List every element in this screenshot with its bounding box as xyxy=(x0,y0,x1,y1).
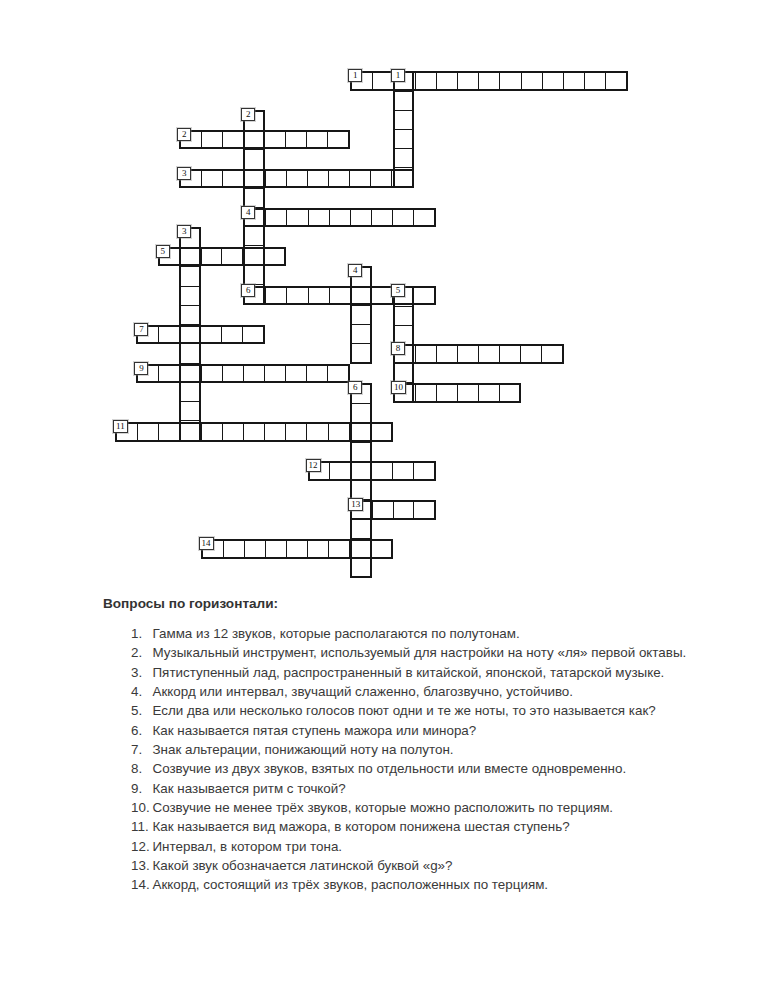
across-8-cell-8 xyxy=(541,346,562,362)
down-3-cell-10 xyxy=(181,401,198,420)
across-word-3: 3 xyxy=(179,169,414,189)
questions-list: 1.Гамма из 12 звуков, которые располагаю… xyxy=(131,624,691,895)
across-4-cell-5 xyxy=(329,210,350,226)
across-11-cell-11 xyxy=(328,424,349,440)
across-4-cell-2 xyxy=(265,210,286,226)
across-2-cell-7 xyxy=(306,132,327,148)
clue-number-across-2: 2 xyxy=(177,128,191,141)
clue-number-across-14: 14 xyxy=(199,537,214,550)
across-4-cell-3 xyxy=(286,210,307,226)
across-10-cell-4 xyxy=(457,385,478,401)
across-6-cell-4 xyxy=(308,288,329,304)
clue-number-across-12: 12 xyxy=(306,459,321,472)
question-text: Созвучие не менее трёх звуков, которые м… xyxy=(153,798,692,817)
across-9-cell-6 xyxy=(243,366,264,382)
across-12-cell-5 xyxy=(392,463,413,479)
clue-number-across-7: 7 xyxy=(134,323,148,336)
across-7-cell-5 xyxy=(221,327,242,343)
down-word-4: 4 xyxy=(350,266,371,364)
across-9-cell-8 xyxy=(285,366,306,382)
across-1-cell-6 xyxy=(457,73,478,89)
question-item-6: 6.Как называется пятая ступень мажора ил… xyxy=(131,721,691,740)
question-number: 2. xyxy=(131,643,153,662)
down-6-cell-8 xyxy=(352,518,369,537)
across-4-cell-9 xyxy=(413,210,434,226)
down-word-1: 1 xyxy=(393,71,414,188)
across-8-cell-6 xyxy=(499,346,520,362)
question-number: 9. xyxy=(131,779,153,798)
question-number: 3. xyxy=(131,663,153,682)
across-2-cell-6 xyxy=(285,132,306,148)
question-item-11: 11.Как называется вид мажора, в котором … xyxy=(131,817,691,836)
down-3-cell-3 xyxy=(181,266,198,285)
across-11-cell-5 xyxy=(201,424,222,440)
across-1-cell-8 xyxy=(499,73,520,89)
question-text: Как называется ритм с точкой? xyxy=(153,779,692,798)
across-14-cell-5 xyxy=(286,541,307,557)
across-10-cell-5 xyxy=(478,385,499,401)
across-7-cell-2 xyxy=(158,327,179,343)
question-item-8: 8.Созвучие из двух звуков, взятых по отд… xyxy=(131,759,691,778)
across-3-cell-9 xyxy=(349,171,370,187)
down-5-cell-3 xyxy=(395,325,412,344)
across-13-cell-4 xyxy=(413,502,434,518)
question-text: Созвучие из двух звуков, взятых по отдел… xyxy=(153,759,692,778)
across-13-cell-3 xyxy=(393,502,414,518)
clue-number-across-1: 1 xyxy=(348,69,362,82)
across-10-cell-3 xyxy=(436,385,457,401)
across-9-cell-2 xyxy=(158,366,179,382)
across-11-cell-10 xyxy=(306,424,327,440)
across-3-cell-3 xyxy=(222,171,243,187)
question-text: Пятиступенный лад, распространенный в ки… xyxy=(153,663,692,682)
across-1-cell-9 xyxy=(521,73,542,89)
across-1-cell-10 xyxy=(542,73,563,89)
question-number: 6. xyxy=(131,721,153,740)
across-3-cell-8 xyxy=(328,171,349,187)
across-11-cell-2 xyxy=(137,424,158,440)
across-5-cell-4 xyxy=(221,249,242,265)
down-6-cell-9 xyxy=(352,538,369,557)
across-word-4: 4 xyxy=(243,208,436,228)
question-text: Знак альтерации, понижающий ноту на полу… xyxy=(153,740,692,759)
down-1-cell-3 xyxy=(395,110,412,129)
across-word-2: 2 xyxy=(179,130,350,150)
across-7-cell-6 xyxy=(242,327,263,343)
across-word-5: 5 xyxy=(158,247,286,267)
across-13-cell-2 xyxy=(372,502,393,518)
across-2-cell-8 xyxy=(327,132,348,148)
question-text: Гамма из 12 звуков, которые располагаютс… xyxy=(153,624,692,643)
across-11-cell-13 xyxy=(370,424,391,440)
question-number: 1. xyxy=(131,624,153,643)
down-6-cell-2 xyxy=(352,403,369,422)
across-11-cell-3 xyxy=(158,424,179,440)
across-4-cell-6 xyxy=(350,210,371,226)
question-item-1: 1.Гамма из 12 звуков, которые располагаю… xyxy=(131,624,691,643)
across-12-cell-6 xyxy=(413,463,434,479)
question-item-4: 4.Аккорд или интервал, звучащий слаженно… xyxy=(131,682,691,701)
question-text: Интервал, в котором три тона. xyxy=(153,837,692,856)
across-6-cell-9 xyxy=(413,288,434,304)
across-9-cell-5 xyxy=(222,366,243,382)
across-3-cell-7 xyxy=(307,171,328,187)
question-number: 7. xyxy=(131,740,153,759)
clue-number-across-6: 6 xyxy=(241,284,255,297)
across-11-cell-9 xyxy=(285,424,306,440)
across-4-cell-7 xyxy=(371,210,392,226)
down-4-cell-4 xyxy=(352,324,369,343)
across-9-cell-10 xyxy=(327,366,348,382)
across-1-cell-5 xyxy=(436,73,457,89)
question-number: 4. xyxy=(131,682,153,701)
question-number: 5. xyxy=(131,701,153,720)
question-text: Как называется вид мажора, в котором пон… xyxy=(153,817,692,836)
across-14-cell-4 xyxy=(265,541,286,557)
down-3-cell-4 xyxy=(181,286,198,305)
across-3-cell-10 xyxy=(370,171,391,187)
down-3-cell-11 xyxy=(181,420,198,439)
down-3-cell-6 xyxy=(181,324,198,343)
down-1-cell-5 xyxy=(395,148,412,167)
down-word-6: 6 xyxy=(350,383,371,578)
question-number: 13. xyxy=(131,856,153,875)
down-2-cell-2 xyxy=(245,130,262,149)
across-1-cell-4 xyxy=(415,73,436,89)
across-12-cell-2 xyxy=(329,463,350,479)
clue-number-across-4: 4 xyxy=(241,206,255,219)
down-1-cell-4 xyxy=(395,129,412,148)
clue-number-down-3: 3 xyxy=(177,225,191,238)
worksheet-page: 1234567891011121314123456 Вопросы по гор… xyxy=(0,0,768,994)
down-3-cell-7 xyxy=(181,343,198,362)
across-14-cell-3 xyxy=(244,541,265,557)
question-item-14: 14.Аккорд, состоящий из трёх звуков, рас… xyxy=(131,875,691,894)
clue-number-down-4: 4 xyxy=(348,264,362,277)
down-3-cell-9 xyxy=(181,382,198,401)
across-6-cell-2 xyxy=(265,288,286,304)
down-3-cell-2 xyxy=(181,247,198,266)
across-word-9: 9 xyxy=(136,364,350,384)
across-14-cell-2 xyxy=(223,541,244,557)
across-9-cell-7 xyxy=(264,366,285,382)
across-6-cell-3 xyxy=(286,288,307,304)
across-1-cell-7 xyxy=(478,73,499,89)
across-3-cell-2 xyxy=(201,171,222,187)
across-8-cell-7 xyxy=(520,346,541,362)
question-text: Музыкальный инструмент, используемый для… xyxy=(153,643,692,662)
questions-heading: Вопросы по горизонтали: xyxy=(103,596,278,611)
question-item-12: 12.Интервал, в котором три тона. xyxy=(131,837,691,856)
across-11-cell-8 xyxy=(264,424,285,440)
clue-number-across-8: 8 xyxy=(391,342,405,355)
across-5-cell-3 xyxy=(201,249,222,265)
across-12-cell-4 xyxy=(371,463,392,479)
clue-number-across-13: 13 xyxy=(348,498,363,511)
question-item-3: 3.Пятиступенный лад, распространенный в … xyxy=(131,663,691,682)
down-2-cell-9 xyxy=(245,265,262,284)
clue-number-across-11: 11 xyxy=(113,420,128,433)
across-1-cell-13 xyxy=(605,73,626,89)
question-number: 14. xyxy=(131,875,153,894)
clue-number-across-9: 9 xyxy=(134,362,148,375)
down-3-cell-8 xyxy=(181,363,198,382)
down-2-cell-4 xyxy=(245,169,262,188)
across-8-cell-3 xyxy=(436,346,457,362)
across-4-cell-4 xyxy=(308,210,329,226)
across-10-cell-2 xyxy=(415,385,436,401)
down-1-cell-2 xyxy=(395,91,412,110)
question-item-7: 7.Знак альтерации, понижающий ноту на по… xyxy=(131,740,691,759)
down-1-cell-6 xyxy=(395,167,412,186)
across-10-cell-6 xyxy=(499,385,520,401)
across-8-cell-2 xyxy=(415,346,436,362)
across-1-cell-11 xyxy=(563,73,584,89)
down-4-cell-3 xyxy=(352,305,369,324)
question-number: 8. xyxy=(131,759,153,778)
question-number: 11. xyxy=(131,817,153,836)
across-2-cell-2 xyxy=(201,132,222,148)
across-1-cell-12 xyxy=(584,73,605,89)
across-2-cell-3 xyxy=(222,132,243,148)
down-2-cell-3 xyxy=(245,149,262,168)
across-11-cell-7 xyxy=(243,424,264,440)
question-text: Какой звук обозначается латинской буквой… xyxy=(153,856,692,875)
down-5-cell-5 xyxy=(395,363,412,382)
down-4-cell-2 xyxy=(352,286,369,305)
question-item-2: 2.Музыкальный инструмент, используемый д… xyxy=(131,643,691,662)
across-word-8: 8 xyxy=(393,344,564,364)
across-5-cell-6 xyxy=(263,249,284,265)
across-9-cell-9 xyxy=(306,366,327,382)
across-6-cell-7 xyxy=(371,288,392,304)
across-4-cell-8 xyxy=(392,210,413,226)
across-word-7: 7 xyxy=(136,325,264,345)
question-text: Аккорд или интервал, звучащий слаженно, … xyxy=(153,682,692,701)
clue-number-down-1: 1 xyxy=(391,69,405,82)
down-2-cell-7 xyxy=(245,226,262,245)
crossword-board: 1234567891011121314123456 xyxy=(115,71,628,578)
across-3-cell-6 xyxy=(286,171,307,187)
clue-number-down-5: 5 xyxy=(391,284,405,297)
down-6-cell-10 xyxy=(352,557,369,576)
clue-number-across-3: 3 xyxy=(177,167,191,180)
across-3-cell-5 xyxy=(265,171,286,187)
question-text: Если два или несколько голосов поют одни… xyxy=(153,701,692,720)
across-11-cell-6 xyxy=(222,424,243,440)
question-item-9: 9.Как называется ритм с точкой? xyxy=(131,779,691,798)
down-word-3: 3 xyxy=(179,227,200,442)
down-6-cell-3 xyxy=(352,422,369,441)
question-item-10: 10.Созвучие не менее трёх звуков, которы… xyxy=(131,798,691,817)
down-5-cell-2 xyxy=(395,306,412,325)
question-text: Аккорд, состоящий из трёх звуков, распол… xyxy=(153,875,692,894)
question-number: 12. xyxy=(131,837,153,856)
down-3-cell-5 xyxy=(181,305,198,324)
clue-number-across-5: 5 xyxy=(156,245,170,258)
question-number: 10. xyxy=(131,798,153,817)
across-14-cell-9 xyxy=(370,541,391,557)
across-14-cell-7 xyxy=(328,541,349,557)
across-14-cell-6 xyxy=(307,541,328,557)
clue-number-down-2: 2 xyxy=(241,108,255,121)
down-6-cell-6 xyxy=(352,480,369,499)
clue-number-across-10: 10 xyxy=(391,381,406,394)
clue-number-down-6: 6 xyxy=(348,381,362,394)
down-2-cell-8 xyxy=(245,245,262,264)
down-4-cell-5 xyxy=(352,343,369,362)
across-8-cell-4 xyxy=(457,346,478,362)
across-6-cell-5 xyxy=(329,288,350,304)
question-item-13: 13.Какой звук обозначается латинской бук… xyxy=(131,856,691,875)
question-item-5: 5.Если два или несколько голосов поют од… xyxy=(131,701,691,720)
across-7-cell-4 xyxy=(200,327,221,343)
question-text: Как называется пятая ступень мажора или … xyxy=(153,721,692,740)
down-2-cell-5 xyxy=(245,188,262,207)
across-9-cell-4 xyxy=(201,366,222,382)
across-8-cell-5 xyxy=(478,346,499,362)
down-6-cell-5 xyxy=(352,461,369,480)
down-6-cell-4 xyxy=(352,442,369,461)
across-2-cell-5 xyxy=(264,132,285,148)
across-word-12: 12 xyxy=(308,461,436,481)
